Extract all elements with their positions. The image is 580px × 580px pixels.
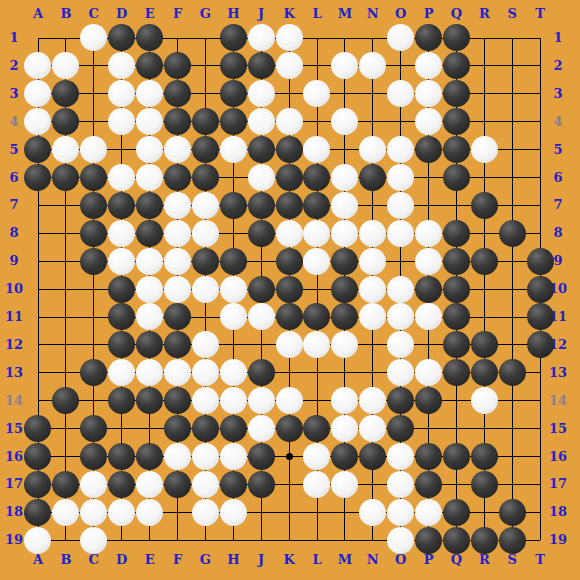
intersection-P9[interactable] xyxy=(415,247,443,275)
intersection-B9[interactable] xyxy=(52,247,80,275)
intersection-D4[interactable] xyxy=(108,108,136,136)
intersection-K3[interactable] xyxy=(275,80,303,108)
intersection-S8[interactable] xyxy=(498,219,526,247)
intersection-E5[interactable] xyxy=(136,136,164,164)
intersection-L4[interactable] xyxy=(303,108,331,136)
intersection-B5[interactable] xyxy=(52,136,80,164)
intersection-M7[interactable] xyxy=(331,191,359,219)
intersection-A6[interactable] xyxy=(24,164,52,192)
intersection-T13[interactable] xyxy=(526,359,554,387)
intersection-L19[interactable] xyxy=(303,526,331,554)
intersection-R10[interactable] xyxy=(470,275,498,303)
intersection-P4[interactable] xyxy=(415,108,443,136)
intersection-C16[interactable] xyxy=(80,442,108,470)
intersection-J11[interactable] xyxy=(247,303,275,331)
intersection-S3[interactable] xyxy=(498,80,526,108)
intersection-A19[interactable] xyxy=(24,526,52,554)
intersection-F9[interactable] xyxy=(164,247,192,275)
intersection-R19[interactable] xyxy=(470,526,498,554)
intersection-M10[interactable] xyxy=(331,275,359,303)
intersection-J5[interactable] xyxy=(247,136,275,164)
intersection-O9[interactable] xyxy=(387,247,415,275)
intersection-O14[interactable] xyxy=(387,387,415,415)
intersection-H11[interactable] xyxy=(219,303,247,331)
intersection-N16[interactable] xyxy=(359,442,387,470)
intersection-G13[interactable] xyxy=(191,359,219,387)
intersection-P1[interactable] xyxy=(415,24,443,52)
intersection-S2[interactable] xyxy=(498,52,526,80)
intersection-Q6[interactable] xyxy=(442,164,470,192)
intersection-Q19[interactable] xyxy=(442,526,470,554)
intersection-O2[interactable] xyxy=(387,52,415,80)
intersection-M9[interactable] xyxy=(331,247,359,275)
intersection-M3[interactable] xyxy=(331,80,359,108)
intersection-Q4[interactable] xyxy=(442,108,470,136)
intersection-T10[interactable] xyxy=(526,275,554,303)
intersection-N2[interactable] xyxy=(359,52,387,80)
intersection-F16[interactable] xyxy=(164,442,192,470)
intersection-N13[interactable] xyxy=(359,359,387,387)
intersection-A10[interactable] xyxy=(24,275,52,303)
intersection-L2[interactable] xyxy=(303,52,331,80)
intersection-L6[interactable] xyxy=(303,164,331,192)
intersection-H8[interactable] xyxy=(219,219,247,247)
intersection-A3[interactable] xyxy=(24,80,52,108)
intersection-T12[interactable] xyxy=(526,331,554,359)
intersection-C13[interactable] xyxy=(80,359,108,387)
intersection-G7[interactable] xyxy=(191,191,219,219)
intersection-L1[interactable] xyxy=(303,24,331,52)
intersection-S14[interactable] xyxy=(498,387,526,415)
intersection-L17[interactable] xyxy=(303,470,331,498)
intersection-B11[interactable] xyxy=(52,303,80,331)
intersection-E4[interactable] xyxy=(136,108,164,136)
intersection-P8[interactable] xyxy=(415,219,443,247)
intersection-J2[interactable] xyxy=(247,52,275,80)
intersection-C6[interactable] xyxy=(80,164,108,192)
intersection-T19[interactable] xyxy=(526,526,554,554)
intersection-B8[interactable] xyxy=(52,219,80,247)
intersection-K16[interactable] xyxy=(275,442,303,470)
intersection-E19[interactable] xyxy=(136,526,164,554)
intersection-R8[interactable] xyxy=(470,219,498,247)
intersection-J8[interactable] xyxy=(247,219,275,247)
intersection-H6[interactable] xyxy=(219,164,247,192)
intersection-E9[interactable] xyxy=(136,247,164,275)
intersection-K1[interactable] xyxy=(275,24,303,52)
intersection-E3[interactable] xyxy=(136,80,164,108)
intersection-J4[interactable] xyxy=(247,108,275,136)
intersection-K15[interactable] xyxy=(275,415,303,443)
intersection-N4[interactable] xyxy=(359,108,387,136)
intersection-Q2[interactable] xyxy=(442,52,470,80)
intersection-C10[interactable] xyxy=(80,275,108,303)
intersection-S6[interactable] xyxy=(498,164,526,192)
intersection-K18[interactable] xyxy=(275,498,303,526)
intersection-M5[interactable] xyxy=(331,136,359,164)
intersection-G16[interactable] xyxy=(191,442,219,470)
intersection-D14[interactable] xyxy=(108,387,136,415)
intersection-B14[interactable] xyxy=(52,387,80,415)
intersection-R9[interactable] xyxy=(470,247,498,275)
intersection-Q7[interactable] xyxy=(442,191,470,219)
intersection-T6[interactable] xyxy=(526,164,554,192)
intersection-D8[interactable] xyxy=(108,219,136,247)
intersection-B13[interactable] xyxy=(52,359,80,387)
intersection-H15[interactable] xyxy=(219,415,247,443)
intersection-D9[interactable] xyxy=(108,247,136,275)
intersection-A14[interactable] xyxy=(24,387,52,415)
intersection-S13[interactable] xyxy=(498,359,526,387)
intersection-E16[interactable] xyxy=(136,442,164,470)
intersection-C2[interactable] xyxy=(80,52,108,80)
intersection-J3[interactable] xyxy=(247,80,275,108)
intersection-F2[interactable] xyxy=(164,52,192,80)
intersection-N7[interactable] xyxy=(359,191,387,219)
intersection-T14[interactable] xyxy=(526,387,554,415)
intersection-J10[interactable] xyxy=(247,275,275,303)
intersection-H5[interactable] xyxy=(219,136,247,164)
intersection-A17[interactable] xyxy=(24,470,52,498)
intersection-D15[interactable] xyxy=(108,415,136,443)
intersection-M14[interactable] xyxy=(331,387,359,415)
intersection-S9[interactable] xyxy=(498,247,526,275)
intersection-C18[interactable] xyxy=(80,498,108,526)
intersection-A18[interactable] xyxy=(24,498,52,526)
intersection-Q18[interactable] xyxy=(442,498,470,526)
intersection-L18[interactable] xyxy=(303,498,331,526)
intersection-M4[interactable] xyxy=(331,108,359,136)
intersection-P12[interactable] xyxy=(415,331,443,359)
intersection-N1[interactable] xyxy=(359,24,387,52)
intersection-O16[interactable] xyxy=(387,442,415,470)
intersection-J6[interactable] xyxy=(247,164,275,192)
intersection-M17[interactable] xyxy=(331,470,359,498)
intersection-N11[interactable] xyxy=(359,303,387,331)
intersection-P2[interactable] xyxy=(415,52,443,80)
intersection-A12[interactable] xyxy=(24,331,52,359)
intersection-R15[interactable] xyxy=(470,415,498,443)
intersection-P6[interactable] xyxy=(415,164,443,192)
intersection-M15[interactable] xyxy=(331,415,359,443)
intersection-D19[interactable] xyxy=(108,526,136,554)
intersection-H4[interactable] xyxy=(219,108,247,136)
intersection-R11[interactable] xyxy=(470,303,498,331)
intersection-E8[interactable] xyxy=(136,219,164,247)
intersection-G6[interactable] xyxy=(191,164,219,192)
intersection-G17[interactable] xyxy=(191,470,219,498)
intersection-P7[interactable] xyxy=(415,191,443,219)
intersection-B17[interactable] xyxy=(52,470,80,498)
intersection-C15[interactable] xyxy=(80,415,108,443)
intersection-E13[interactable] xyxy=(136,359,164,387)
intersection-C11[interactable] xyxy=(80,303,108,331)
intersection-F10[interactable] xyxy=(164,275,192,303)
intersection-G14[interactable] xyxy=(191,387,219,415)
intersection-B16[interactable] xyxy=(52,442,80,470)
intersection-D12[interactable] xyxy=(108,331,136,359)
intersection-K13[interactable] xyxy=(275,359,303,387)
intersection-B1[interactable] xyxy=(52,24,80,52)
intersection-A7[interactable] xyxy=(24,191,52,219)
intersection-N17[interactable] xyxy=(359,470,387,498)
intersection-M8[interactable] xyxy=(331,219,359,247)
intersection-A5[interactable] xyxy=(24,136,52,164)
intersection-B7[interactable] xyxy=(52,191,80,219)
intersection-G9[interactable] xyxy=(191,247,219,275)
intersection-G1[interactable] xyxy=(191,24,219,52)
intersection-E12[interactable] xyxy=(136,331,164,359)
intersection-C7[interactable] xyxy=(80,191,108,219)
intersection-F5[interactable] xyxy=(164,136,192,164)
intersection-O18[interactable] xyxy=(387,498,415,526)
intersection-H2[interactable] xyxy=(219,52,247,80)
intersection-B3[interactable] xyxy=(52,80,80,108)
intersection-R5[interactable] xyxy=(470,136,498,164)
intersection-Q16[interactable] xyxy=(442,442,470,470)
intersection-S15[interactable] xyxy=(498,415,526,443)
intersection-N19[interactable] xyxy=(359,526,387,554)
intersection-C4[interactable] xyxy=(80,108,108,136)
intersection-P18[interactable] xyxy=(415,498,443,526)
intersection-O8[interactable] xyxy=(387,219,415,247)
intersection-H18[interactable] xyxy=(219,498,247,526)
intersection-O15[interactable] xyxy=(387,415,415,443)
intersection-G12[interactable] xyxy=(191,331,219,359)
intersection-T4[interactable] xyxy=(526,108,554,136)
intersection-D17[interactable] xyxy=(108,470,136,498)
intersection-L11[interactable] xyxy=(303,303,331,331)
intersection-C8[interactable] xyxy=(80,219,108,247)
intersection-P13[interactable] xyxy=(415,359,443,387)
intersection-J17[interactable] xyxy=(247,470,275,498)
intersection-J12[interactable] xyxy=(247,331,275,359)
intersection-A13[interactable] xyxy=(24,359,52,387)
intersection-N12[interactable] xyxy=(359,331,387,359)
intersection-S18[interactable] xyxy=(498,498,526,526)
intersection-L8[interactable] xyxy=(303,219,331,247)
intersection-Q3[interactable] xyxy=(442,80,470,108)
intersection-C14[interactable] xyxy=(80,387,108,415)
intersection-E1[interactable] xyxy=(136,24,164,52)
intersection-F6[interactable] xyxy=(164,164,192,192)
intersection-L16[interactable] xyxy=(303,442,331,470)
intersection-A11[interactable] xyxy=(24,303,52,331)
intersection-O12[interactable] xyxy=(387,331,415,359)
intersection-J18[interactable] xyxy=(247,498,275,526)
intersection-P14[interactable] xyxy=(415,387,443,415)
intersection-T18[interactable] xyxy=(526,498,554,526)
intersection-S7[interactable] xyxy=(498,191,526,219)
intersection-N14[interactable] xyxy=(359,387,387,415)
intersection-G4[interactable] xyxy=(191,108,219,136)
intersection-F3[interactable] xyxy=(164,80,192,108)
intersection-D11[interactable] xyxy=(108,303,136,331)
intersection-B6[interactable] xyxy=(52,164,80,192)
intersection-D16[interactable] xyxy=(108,442,136,470)
intersection-F1[interactable] xyxy=(164,24,192,52)
intersection-E10[interactable] xyxy=(136,275,164,303)
intersection-E17[interactable] xyxy=(136,470,164,498)
intersection-K4[interactable] xyxy=(275,108,303,136)
intersection-A15[interactable] xyxy=(24,415,52,443)
intersection-B18[interactable] xyxy=(52,498,80,526)
intersection-O6[interactable] xyxy=(387,164,415,192)
intersection-Q1[interactable] xyxy=(442,24,470,52)
intersection-F15[interactable] xyxy=(164,415,192,443)
intersection-D5[interactable] xyxy=(108,136,136,164)
intersection-P11[interactable] xyxy=(415,303,443,331)
intersection-T9[interactable] xyxy=(526,247,554,275)
intersection-G11[interactable] xyxy=(191,303,219,331)
intersection-P19[interactable] xyxy=(415,526,443,554)
intersection-Q10[interactable] xyxy=(442,275,470,303)
intersection-D10[interactable] xyxy=(108,275,136,303)
intersection-M11[interactable] xyxy=(331,303,359,331)
intersection-Q11[interactable] xyxy=(442,303,470,331)
intersection-T15[interactable] xyxy=(526,415,554,443)
intersection-M19[interactable] xyxy=(331,526,359,554)
intersection-J13[interactable] xyxy=(247,359,275,387)
intersection-D3[interactable] xyxy=(108,80,136,108)
intersection-K5[interactable] xyxy=(275,136,303,164)
intersection-H1[interactable] xyxy=(219,24,247,52)
intersection-T5[interactable] xyxy=(526,136,554,164)
intersection-E18[interactable] xyxy=(136,498,164,526)
intersection-G8[interactable] xyxy=(191,219,219,247)
intersection-E14[interactable] xyxy=(136,387,164,415)
intersection-S5[interactable] xyxy=(498,136,526,164)
intersection-S19[interactable] xyxy=(498,526,526,554)
intersection-H12[interactable] xyxy=(219,331,247,359)
intersection-C12[interactable] xyxy=(80,331,108,359)
intersection-L7[interactable] xyxy=(303,191,331,219)
intersection-M18[interactable] xyxy=(331,498,359,526)
intersection-F13[interactable] xyxy=(164,359,192,387)
intersection-F14[interactable] xyxy=(164,387,192,415)
intersection-R12[interactable] xyxy=(470,331,498,359)
intersection-Q12[interactable] xyxy=(442,331,470,359)
intersection-T2[interactable] xyxy=(526,52,554,80)
intersection-F4[interactable] xyxy=(164,108,192,136)
intersection-K8[interactable] xyxy=(275,219,303,247)
intersection-K12[interactable] xyxy=(275,331,303,359)
intersection-S12[interactable] xyxy=(498,331,526,359)
intersection-K2[interactable] xyxy=(275,52,303,80)
intersection-G18[interactable] xyxy=(191,498,219,526)
intersection-C3[interactable] xyxy=(80,80,108,108)
intersection-O13[interactable] xyxy=(387,359,415,387)
intersection-K17[interactable] xyxy=(275,470,303,498)
intersection-Q14[interactable] xyxy=(442,387,470,415)
intersection-J19[interactable] xyxy=(247,526,275,554)
intersection-P3[interactable] xyxy=(415,80,443,108)
intersection-Q13[interactable] xyxy=(442,359,470,387)
intersection-P5[interactable] xyxy=(415,136,443,164)
intersection-H14[interactable] xyxy=(219,387,247,415)
intersection-Q17[interactable] xyxy=(442,470,470,498)
intersection-P15[interactable] xyxy=(415,415,443,443)
intersection-R14[interactable] xyxy=(470,387,498,415)
intersection-H17[interactable] xyxy=(219,470,247,498)
intersection-D18[interactable] xyxy=(108,498,136,526)
intersection-L9[interactable] xyxy=(303,247,331,275)
intersection-N18[interactable] xyxy=(359,498,387,526)
intersection-S10[interactable] xyxy=(498,275,526,303)
intersection-Q8[interactable] xyxy=(442,219,470,247)
intersection-S11[interactable] xyxy=(498,303,526,331)
intersection-B4[interactable] xyxy=(52,108,80,136)
intersection-B12[interactable] xyxy=(52,331,80,359)
intersection-B15[interactable] xyxy=(52,415,80,443)
intersection-K10[interactable] xyxy=(275,275,303,303)
intersection-O3[interactable] xyxy=(387,80,415,108)
intersection-O10[interactable] xyxy=(387,275,415,303)
intersection-E11[interactable] xyxy=(136,303,164,331)
intersection-D7[interactable] xyxy=(108,191,136,219)
intersection-F12[interactable] xyxy=(164,331,192,359)
intersection-P10[interactable] xyxy=(415,275,443,303)
intersection-A4[interactable] xyxy=(24,108,52,136)
intersection-K11[interactable] xyxy=(275,303,303,331)
intersection-H19[interactable] xyxy=(219,526,247,554)
intersection-L15[interactable] xyxy=(303,415,331,443)
intersection-J15[interactable] xyxy=(247,415,275,443)
intersection-R18[interactable] xyxy=(470,498,498,526)
intersection-O7[interactable] xyxy=(387,191,415,219)
intersection-O5[interactable] xyxy=(387,136,415,164)
intersection-K7[interactable] xyxy=(275,191,303,219)
intersection-T11[interactable] xyxy=(526,303,554,331)
intersection-K14[interactable] xyxy=(275,387,303,415)
intersection-N10[interactable] xyxy=(359,275,387,303)
intersection-B2[interactable] xyxy=(52,52,80,80)
intersection-L10[interactable] xyxy=(303,275,331,303)
intersection-J14[interactable] xyxy=(247,387,275,415)
intersection-K9[interactable] xyxy=(275,247,303,275)
intersection-L12[interactable] xyxy=(303,331,331,359)
intersection-T17[interactable] xyxy=(526,470,554,498)
intersection-O4[interactable] xyxy=(387,108,415,136)
intersection-S16[interactable] xyxy=(498,442,526,470)
intersection-K19[interactable] xyxy=(275,526,303,554)
intersection-A1[interactable] xyxy=(24,24,52,52)
intersection-S17[interactable] xyxy=(498,470,526,498)
intersection-R13[interactable] xyxy=(470,359,498,387)
intersection-O17[interactable] xyxy=(387,470,415,498)
intersection-R16[interactable] xyxy=(470,442,498,470)
intersection-G19[interactable] xyxy=(191,526,219,554)
intersection-J1[interactable] xyxy=(247,24,275,52)
intersection-D1[interactable] xyxy=(108,24,136,52)
intersection-M12[interactable] xyxy=(331,331,359,359)
intersection-P17[interactable] xyxy=(415,470,443,498)
intersection-F17[interactable] xyxy=(164,470,192,498)
intersection-M16[interactable] xyxy=(331,442,359,470)
intersection-S4[interactable] xyxy=(498,108,526,136)
intersection-O19[interactable] xyxy=(387,526,415,554)
intersection-A2[interactable] xyxy=(24,52,52,80)
intersection-H16[interactable] xyxy=(219,442,247,470)
intersection-N15[interactable] xyxy=(359,415,387,443)
intersection-R2[interactable] xyxy=(470,52,498,80)
intersection-E7[interactable] xyxy=(136,191,164,219)
intersection-H7[interactable] xyxy=(219,191,247,219)
intersection-C17[interactable] xyxy=(80,470,108,498)
intersection-L5[interactable] xyxy=(303,136,331,164)
intersection-R6[interactable] xyxy=(470,164,498,192)
intersection-J9[interactable] xyxy=(247,247,275,275)
